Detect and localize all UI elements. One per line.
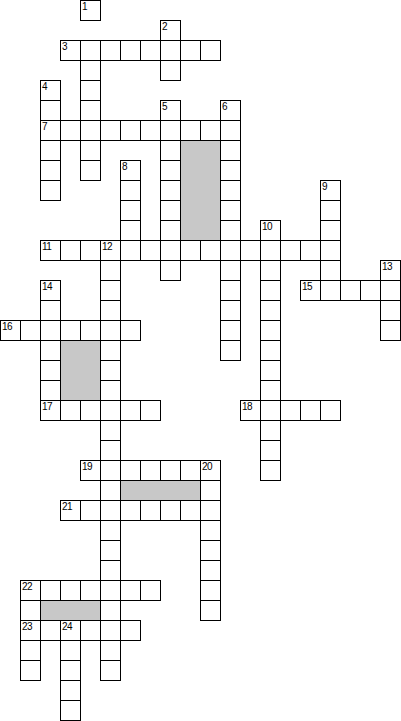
grid-cell-r12c9[interactable] — [180, 240, 201, 261]
grid-cell-r13c19[interactable]: 13 — [380, 260, 401, 281]
grid-cell-r12c3[interactable] — [60, 240, 81, 261]
grid-cell-r22c13[interactable] — [260, 440, 281, 461]
grid-cell-r25c3[interactable]: 21 — [60, 500, 81, 521]
grid-cell-r3c4[interactable] — [80, 60, 101, 81]
grid-cell-r20c3[interactable] — [60, 400, 81, 421]
grid-cell-r2c6[interactable] — [120, 40, 141, 61]
clue-number: 22 — [22, 581, 32, 592]
grid-cell-r21c5[interactable] — [100, 420, 121, 441]
grid-cell-r3c8[interactable] — [160, 60, 181, 81]
clue-number: 19 — [82, 461, 92, 472]
grid-cell-r31c5[interactable] — [100, 620, 121, 641]
grid-cell-r32c3[interactable] — [60, 640, 81, 661]
clue-number: 21 — [62, 501, 72, 512]
grid-cell-r6c4[interactable] — [80, 120, 101, 141]
grid-cell-r14c5[interactable] — [100, 280, 121, 301]
grid-cell-r8c8[interactable] — [160, 160, 181, 181]
clue-number: 15 — [302, 281, 312, 292]
grid-cell-r31c1[interactable]: 23 — [20, 620, 41, 641]
grid-cell-r12c4[interactable] — [80, 240, 101, 261]
grid-cell-r14c2[interactable]: 14 — [40, 280, 61, 301]
grid-cell-r16c19[interactable] — [380, 320, 401, 341]
clue-number: 9 — [322, 181, 327, 192]
grid-cell-r24c10[interactable] — [200, 480, 221, 501]
grid-cell-r6c2[interactable]: 7 — [40, 120, 61, 141]
grid-cell-r14c16[interactable] — [320, 280, 341, 301]
grid-cell-r5c4[interactable] — [80, 100, 101, 121]
grid-cell-r4c2[interactable]: 4 — [40, 80, 61, 101]
grid-cell-r11c16[interactable] — [320, 220, 341, 241]
grid-cell-r16c5[interactable] — [100, 320, 121, 341]
grid-cell-r23c4[interactable]: 19 — [80, 460, 101, 481]
grid-cell-r18c13[interactable] — [260, 360, 281, 381]
grid-cell-r18c2[interactable] — [40, 360, 61, 381]
grid-cell-r11c8[interactable] — [160, 220, 181, 241]
grid-cell-r31c6[interactable] — [120, 620, 141, 641]
grid-cell-r8c4[interactable] — [80, 160, 101, 181]
grid-cell-r25c7[interactable] — [140, 500, 161, 521]
grid-cell-r6c7[interactable] — [140, 120, 161, 141]
grid-cell-r30c5[interactable] — [100, 600, 121, 621]
grid-cell-r15c5[interactable] — [100, 300, 121, 321]
grid-cell-r4c4[interactable] — [80, 80, 101, 101]
grid-cell-r16c13[interactable] — [260, 320, 281, 341]
grid-cell-r31c2[interactable] — [40, 620, 61, 641]
clue-number: 23 — [22, 621, 32, 632]
clue-number: 13 — [382, 261, 392, 272]
grid-cell-r23c13[interactable] — [260, 460, 281, 481]
grid-cell-r10c11[interactable] — [220, 200, 241, 221]
grid-cell-r7c11[interactable] — [220, 140, 241, 161]
grid-cell-r5c11[interactable]: 6 — [220, 100, 241, 121]
grid-cell-r25c6[interactable] — [120, 500, 141, 521]
grid-cell-r12c7[interactable] — [140, 240, 161, 261]
grid-cell-r9c11[interactable] — [220, 180, 241, 201]
grid-cell-r23c10[interactable]: 20 — [200, 460, 221, 481]
grid-cell-r14c11[interactable] — [220, 280, 241, 301]
grid-cell-r8c2[interactable] — [40, 160, 61, 181]
grid-cell-r31c3[interactable]: 24 — [60, 620, 81, 641]
grid-cell-r20c7[interactable] — [140, 400, 161, 421]
grid-cell-r29c6[interactable] — [120, 580, 141, 601]
grid-cell-r20c6[interactable] — [120, 400, 141, 421]
grid-cell-r11c13[interactable]: 10 — [260, 220, 281, 241]
grid-cell-r29c3[interactable] — [60, 580, 81, 601]
clue-number: 4 — [42, 81, 47, 92]
grid-cell-r31c4[interactable] — [80, 620, 101, 641]
grid-cell-r15c11[interactable] — [220, 300, 241, 321]
grid-cell-r29c4[interactable] — [80, 580, 101, 601]
grid-cell-r16c0[interactable]: 16 — [0, 320, 21, 341]
grid-cell-r23c8[interactable] — [160, 460, 181, 481]
grid-cell-r17c2[interactable] — [40, 340, 61, 361]
grid-cell-r16c1[interactable] — [20, 320, 41, 341]
grid-cell-r17c11[interactable] — [220, 340, 241, 361]
grid-cell-r9c6[interactable] — [120, 180, 141, 201]
grid-cell-r30c10[interactable] — [200, 600, 221, 621]
grid-cell-r2c10[interactable] — [200, 40, 221, 61]
grid-cell-r24c5[interactable] — [100, 480, 121, 501]
grid-cell-r2c8[interactable] — [160, 40, 181, 61]
grid-cell-r29c1[interactable]: 22 — [20, 580, 41, 601]
clue-number: 16 — [2, 321, 12, 332]
clue-number: 6 — [222, 101, 227, 112]
shaded-block — [180, 140, 221, 241]
grid-cell-r33c5[interactable] — [100, 660, 121, 681]
grid-cell-r12c13[interactable] — [260, 240, 281, 261]
clue-number: 1 — [82, 1, 87, 12]
grid-cell-r6c11[interactable] — [220, 120, 241, 141]
grid-cell-r14c13[interactable] — [260, 280, 281, 301]
grid-cell-r25c4[interactable] — [80, 500, 101, 521]
clue-number: 7 — [42, 121, 47, 132]
grid-cell-r23c9[interactable] — [180, 460, 201, 481]
grid-cell-r32c5[interactable] — [100, 640, 121, 661]
grid-cell-r19c2[interactable] — [40, 380, 61, 401]
grid-cell-r5c2[interactable] — [40, 100, 61, 121]
grid-cell-r28c10[interactable] — [200, 560, 221, 581]
grid-cell-r19c13[interactable] — [260, 380, 281, 401]
grid-cell-r6c10[interactable] — [200, 120, 221, 141]
grid-cell-r12c16[interactable] — [320, 240, 341, 261]
grid-cell-r25c5[interactable] — [100, 500, 121, 521]
grid-cell-r11c11[interactable] — [220, 220, 241, 241]
grid-cell-r6c5[interactable] — [100, 120, 121, 141]
grid-cell-r20c16[interactable] — [320, 400, 341, 421]
grid-cell-r16c4[interactable] — [80, 320, 101, 341]
grid-cell-r13c13[interactable] — [260, 260, 281, 281]
grid-cell-r6c8[interactable] — [160, 120, 181, 141]
grid-cell-r8c11[interactable] — [220, 160, 241, 181]
grid-cell-r22c5[interactable] — [100, 440, 121, 461]
grid-cell-r2c9[interactable] — [180, 40, 201, 61]
grid-cell-r35c3[interactable] — [60, 700, 81, 721]
grid-cell-r29c7[interactable] — [140, 580, 161, 601]
grid-cell-r29c10[interactable] — [200, 580, 221, 601]
grid-cell-r12c11[interactable] — [220, 240, 241, 261]
grid-cell-r20c2[interactable]: 17 — [40, 400, 61, 421]
grid-cell-r15c13[interactable] — [260, 300, 281, 321]
grid-cell-r13c11[interactable] — [220, 260, 241, 281]
grid-cell-r6c6[interactable] — [120, 120, 141, 141]
crossword-grid: 123456789101112131415161718192021222324 — [0, 0, 401, 721]
grid-cell-r34c3[interactable] — [60, 680, 81, 701]
grid-cell-r1c8[interactable]: 2 — [160, 20, 181, 41]
grid-cell-r20c5[interactable] — [100, 400, 121, 421]
grid-cell-r13c8[interactable] — [160, 260, 181, 281]
grid-cell-r12c2[interactable]: 11 — [40, 240, 61, 261]
grid-cell-r16c2[interactable] — [40, 320, 61, 341]
grid-cell-r10c16[interactable] — [320, 200, 341, 221]
grid-cell-r29c2[interactable] — [40, 580, 61, 601]
grid-cell-r27c5[interactable] — [100, 540, 121, 561]
grid-cell-r9c2[interactable] — [40, 180, 61, 201]
clue-number: 8 — [122, 161, 127, 172]
clue-number: 24 — [62, 621, 72, 632]
grid-cell-r16c6[interactable] — [120, 320, 141, 341]
grid-cell-r2c3[interactable]: 3 — [60, 40, 81, 61]
grid-cell-r13c5[interactable] — [100, 260, 121, 281]
grid-cell-r6c9[interactable] — [180, 120, 201, 141]
clue-number: 18 — [242, 401, 252, 412]
grid-cell-r14c17[interactable] — [340, 280, 361, 301]
clue-number: 3 — [62, 41, 67, 52]
grid-cell-r12c10[interactable] — [200, 240, 221, 261]
grid-cell-r21c13[interactable] — [260, 420, 281, 441]
grid-cell-r15c19[interactable] — [380, 300, 401, 321]
grid-cell-r26c10[interactable] — [200, 520, 221, 541]
clue-number: 14 — [42, 281, 52, 292]
grid-cell-r20c14[interactable] — [280, 400, 301, 421]
clue-number: 12 — [102, 241, 112, 252]
grid-cell-r12c12[interactable] — [240, 240, 261, 261]
clue-number: 20 — [202, 461, 212, 472]
grid-cell-r7c2[interactable] — [40, 140, 61, 161]
grid-cell-r20c4[interactable] — [80, 400, 101, 421]
grid-cell-r14c15[interactable]: 15 — [300, 280, 321, 301]
grid-cell-r12c5[interactable]: 12 — [100, 240, 121, 261]
grid-cell-r12c14[interactable] — [280, 240, 301, 261]
grid-cell-r12c6[interactable] — [120, 240, 141, 261]
grid-cell-r14c18[interactable] — [360, 280, 381, 301]
grid-cell-r11c6[interactable] — [120, 220, 141, 241]
clue-number: 5 — [162, 101, 167, 112]
grid-cell-r12c8[interactable] — [160, 240, 181, 261]
grid-cell-r23c6[interactable] — [120, 460, 141, 481]
grid-cell-r33c1[interactable] — [20, 660, 41, 681]
grid-cell-r20c13[interactable] — [260, 400, 281, 421]
grid-cell-r0c4[interactable]: 1 — [80, 0, 101, 21]
grid-cell-r20c15[interactable] — [300, 400, 321, 421]
grid-cell-r18c5[interactable] — [100, 360, 121, 381]
grid-cell-r9c16[interactable]: 9 — [320, 180, 341, 201]
grid-cell-r16c11[interactable] — [220, 320, 241, 341]
grid-cell-r25c10[interactable] — [200, 500, 221, 521]
grid-cell-r16c3[interactable] — [60, 320, 81, 341]
grid-cell-r17c13[interactable] — [260, 340, 281, 361]
clue-number: 2 — [162, 21, 167, 32]
shaded-block — [40, 600, 101, 621]
grid-cell-r25c8[interactable] — [160, 500, 181, 521]
grid-cell-r30c1[interactable] — [20, 600, 41, 621]
grid-cell-r7c8[interactable] — [160, 140, 181, 161]
grid-cell-r6c3[interactable] — [60, 120, 81, 141]
grid-cell-r29c5[interactable] — [100, 580, 121, 601]
grid-cell-r2c7[interactable] — [140, 40, 161, 61]
grid-cell-r14c19[interactable] — [380, 280, 401, 301]
grid-cell-r12c15[interactable] — [300, 240, 321, 261]
grid-cell-r26c5[interactable] — [100, 520, 121, 541]
grid-cell-r10c8[interactable] — [160, 200, 181, 221]
grid-cell-r8c6[interactable]: 8 — [120, 160, 141, 181]
grid-cell-r27c10[interactable] — [200, 540, 221, 561]
shaded-block — [60, 340, 101, 401]
grid-cell-r13c16[interactable] — [320, 260, 341, 281]
shaded-block — [120, 480, 201, 501]
grid-cell-r33c3[interactable] — [60, 660, 81, 681]
grid-cell-r7c4[interactable] — [80, 140, 101, 161]
grid-cell-r19c5[interactable] — [100, 380, 121, 401]
grid-cell-r10c6[interactable] — [120, 200, 141, 221]
grid-cell-r5c8[interactable]: 5 — [160, 100, 181, 121]
grid-cell-r15c2[interactable] — [40, 300, 61, 321]
grid-cell-r23c5[interactable] — [100, 460, 121, 481]
grid-cell-r17c5[interactable] — [100, 340, 121, 361]
grid-cell-r2c5[interactable] — [100, 40, 121, 61]
grid-cell-r32c1[interactable] — [20, 640, 41, 661]
grid-cell-r20c12[interactable]: 18 — [240, 400, 261, 421]
grid-cell-r28c5[interactable] — [100, 560, 121, 581]
grid-cell-r25c9[interactable] — [180, 500, 201, 521]
grid-cell-r23c7[interactable] — [140, 460, 161, 481]
grid-cell-r2c4[interactable] — [80, 40, 101, 61]
clue-number: 17 — [42, 401, 52, 412]
clue-number: 11 — [42, 241, 51, 252]
grid-cell-r9c8[interactable] — [160, 180, 181, 201]
clue-number: 10 — [262, 221, 272, 232]
